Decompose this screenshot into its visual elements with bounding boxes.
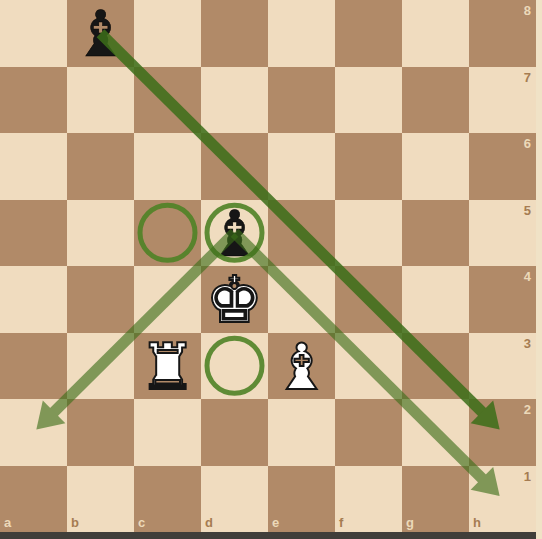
file-label-c: c <box>138 516 145 529</box>
square-a2[interactable] <box>0 399 67 466</box>
file-label-f: f <box>339 516 343 529</box>
square-e5[interactable] <box>268 200 335 267</box>
file-label-a: a <box>4 516 11 529</box>
square-g4[interactable] <box>402 266 469 333</box>
board-frame-right <box>536 0 542 539</box>
square-d1[interactable]: d <box>201 466 268 533</box>
square-f5[interactable] <box>335 200 402 267</box>
square-b3[interactable] <box>67 333 134 400</box>
square-e6[interactable] <box>268 133 335 200</box>
square-f7[interactable] <box>335 67 402 134</box>
square-a8[interactable] <box>0 0 67 67</box>
square-a5[interactable] <box>0 200 67 267</box>
square-f8[interactable] <box>335 0 402 67</box>
square-h5[interactable]: 5 <box>469 200 536 267</box>
square-c2[interactable] <box>134 399 201 466</box>
square-d6[interactable] <box>201 133 268 200</box>
white-rook-c3[interactable]: ♜ <box>139 335 196 399</box>
square-h8[interactable]: 8 <box>469 0 536 67</box>
square-h7[interactable]: 7 <box>469 67 536 134</box>
square-c5[interactable] <box>134 200 201 267</box>
chess-board: ♝876♝5♚4♜♝32abcdefg1h <box>0 0 536 532</box>
square-h2[interactable]: 2 <box>469 399 536 466</box>
square-a6[interactable] <box>0 133 67 200</box>
square-a3[interactable] <box>0 333 67 400</box>
square-b2[interactable] <box>67 399 134 466</box>
square-a7[interactable] <box>0 67 67 134</box>
file-label-h: h <box>473 516 481 529</box>
square-a1[interactable]: a <box>0 466 67 533</box>
square-c1[interactable]: c <box>134 466 201 533</box>
white-king-d4[interactable]: ♚ <box>206 268 263 332</box>
square-c8[interactable] <box>134 0 201 67</box>
square-h1[interactable]: 1h <box>469 466 536 533</box>
square-g2[interactable] <box>402 399 469 466</box>
black-bishop-d5[interactable]: ♝ <box>206 202 263 266</box>
square-d3[interactable] <box>201 333 268 400</box>
square-b6[interactable] <box>67 133 134 200</box>
square-b7[interactable] <box>67 67 134 134</box>
square-h3[interactable]: 3 <box>469 333 536 400</box>
file-label-d: d <box>205 516 213 529</box>
square-h4[interactable]: 4 <box>469 266 536 333</box>
square-g1[interactable]: g <box>402 466 469 533</box>
rank-label-6: 6 <box>524 137 531 150</box>
square-g3[interactable] <box>402 333 469 400</box>
square-c7[interactable] <box>134 67 201 134</box>
square-c6[interactable] <box>134 133 201 200</box>
square-e3[interactable]: ♝ <box>268 333 335 400</box>
board-frame-bottom <box>0 532 536 539</box>
square-d7[interactable] <box>201 67 268 134</box>
square-d8[interactable] <box>201 0 268 67</box>
square-c3[interactable]: ♜ <box>134 333 201 400</box>
square-d5[interactable]: ♝ <box>201 200 268 267</box>
square-f1[interactable]: f <box>335 466 402 533</box>
black-bishop-b8[interactable]: ♝ <box>72 2 129 66</box>
square-a4[interactable] <box>0 266 67 333</box>
file-label-g: g <box>406 516 414 529</box>
square-e1[interactable]: e <box>268 466 335 533</box>
square-f4[interactable] <box>335 266 402 333</box>
file-label-b: b <box>71 516 79 529</box>
square-g5[interactable] <box>402 200 469 267</box>
rank-label-2: 2 <box>524 403 531 416</box>
square-b8[interactable]: ♝ <box>67 0 134 67</box>
rank-label-7: 7 <box>524 71 531 84</box>
square-g7[interactable] <box>402 67 469 134</box>
rank-label-4: 4 <box>524 270 531 283</box>
file-label-e: e <box>272 516 279 529</box>
square-f3[interactable] <box>335 333 402 400</box>
square-e2[interactable] <box>268 399 335 466</box>
white-bishop-e3[interactable]: ♝ <box>273 335 330 399</box>
square-f2[interactable] <box>335 399 402 466</box>
chess-board-screenshot: ♝876♝5♚4♜♝32abcdefg1h <box>0 0 542 539</box>
rank-label-8: 8 <box>524 4 531 17</box>
square-b1[interactable]: b <box>67 466 134 533</box>
square-c4[interactable] <box>134 266 201 333</box>
square-g6[interactable] <box>402 133 469 200</box>
square-f6[interactable] <box>335 133 402 200</box>
square-e4[interactable] <box>268 266 335 333</box>
square-d4[interactable]: ♚ <box>201 266 268 333</box>
square-b5[interactable] <box>67 200 134 267</box>
square-b4[interactable] <box>67 266 134 333</box>
rank-label-3: 3 <box>524 337 531 350</box>
square-h6[interactable]: 6 <box>469 133 536 200</box>
rank-label-1: 1 <box>524 470 531 483</box>
square-e7[interactable] <box>268 67 335 134</box>
square-d2[interactable] <box>201 399 268 466</box>
square-e8[interactable] <box>268 0 335 67</box>
rank-label-5: 5 <box>524 204 531 217</box>
square-g8[interactable] <box>402 0 469 67</box>
